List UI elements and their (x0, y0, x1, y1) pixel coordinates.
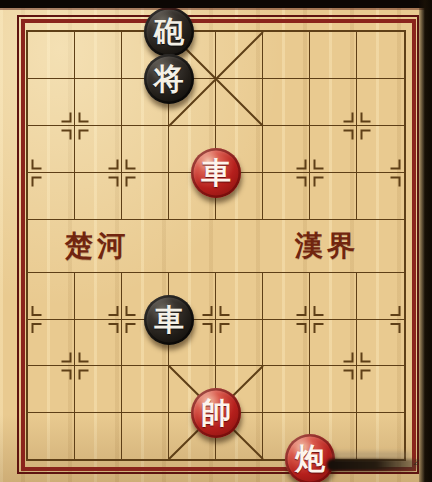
black-general-glyph: 将 (154, 54, 184, 104)
pieces-layer: 砲将車車帥炮 (0, 0, 432, 482)
black-chariot-glyph: 車 (154, 295, 184, 345)
red-general-glyph: 帥 (201, 388, 231, 438)
red-chariot-glyph: 車 (201, 148, 231, 198)
letterbox-top-edge (0, 8, 432, 10)
red-general-piece[interactable]: 帥 (191, 388, 241, 438)
letterbox-top-bar (0, 0, 432, 8)
letterbox-right-bar (419, 0, 432, 482)
red-chariot-piece[interactable]: 車 (191, 148, 241, 198)
red-cannon-piece[interactable]: 炮 (285, 434, 335, 482)
red-cannon-glyph: 炮 (295, 434, 325, 482)
watermark-streak (332, 452, 410, 458)
black-general-piece[interactable]: 将 (144, 54, 194, 104)
black-cannon-piece[interactable]: 砲 (144, 7, 194, 57)
black-chariot-piece[interactable]: 車 (144, 295, 194, 345)
watermark-z-mark: z (413, 456, 418, 467)
black-cannon-glyph: 砲 (154, 7, 184, 57)
watermark-blur-smudge (327, 459, 417, 471)
